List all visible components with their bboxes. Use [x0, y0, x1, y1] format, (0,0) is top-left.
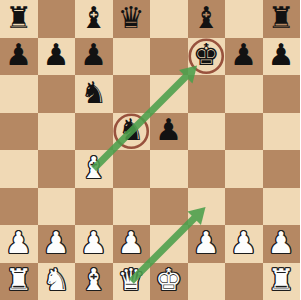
square-g8[interactable] [225, 0, 263, 38]
square-f7[interactable]: ♚ [188, 38, 226, 76]
white-queen-d1[interactable]: ♛ [118, 265, 145, 295]
square-b5[interactable] [38, 113, 76, 151]
square-a3[interactable] [0, 188, 38, 226]
square-d3[interactable] [113, 188, 151, 226]
square-b6[interactable] [38, 75, 76, 113]
square-c1[interactable]: ♝ [75, 263, 113, 300]
square-c4[interactable]: ♝ [75, 150, 113, 188]
square-f8[interactable]: ♝ [188, 0, 226, 38]
square-g5[interactable] [225, 113, 263, 151]
square-d4[interactable] [113, 150, 151, 188]
square-c8[interactable]: ♝ [75, 0, 113, 38]
square-c7[interactable]: ♟ [75, 38, 113, 76]
white-pawn-c2[interactable]: ♟ [80, 228, 107, 258]
square-d1[interactable]: ♛ [113, 263, 151, 300]
square-f2[interactable]: ♟ [188, 225, 226, 263]
square-h4[interactable] [263, 150, 301, 188]
square-h3[interactable] [263, 188, 301, 226]
square-h5[interactable] [263, 113, 301, 151]
white-pawn-f2[interactable]: ♟ [193, 228, 220, 258]
white-pawn-h2[interactable]: ♟ [268, 228, 295, 258]
square-a6[interactable] [0, 75, 38, 113]
square-e3[interactable] [150, 188, 188, 226]
square-g7[interactable]: ♟ [225, 38, 263, 76]
black-knight-d5[interactable]: ♞ [118, 115, 145, 145]
chess-board-wrapper: ♜♝♛♝♜♟♟♟♚♟♟♞♞♟♝♟♟♟♟♟♟♟♜♞♝♛♚♜ [0, 0, 300, 300]
square-d6[interactable] [113, 75, 151, 113]
square-g2[interactable]: ♟ [225, 225, 263, 263]
black-king-f7[interactable]: ♚ [193, 40, 220, 70]
square-b2[interactable]: ♟ [38, 225, 76, 263]
square-a1[interactable]: ♜ [0, 263, 38, 300]
white-rook-a1[interactable]: ♜ [5, 265, 32, 295]
black-pawn-b7[interactable]: ♟ [43, 40, 70, 70]
square-d2[interactable]: ♟ [113, 225, 151, 263]
black-bishop-c8[interactable]: ♝ [80, 3, 107, 33]
square-f3[interactable] [188, 188, 226, 226]
square-e7[interactable] [150, 38, 188, 76]
black-queen-d8[interactable]: ♛ [118, 3, 145, 33]
square-c2[interactable]: ♟ [75, 225, 113, 263]
white-rook-h1[interactable]: ♜ [268, 265, 295, 295]
square-h7[interactable]: ♟ [263, 38, 301, 76]
square-e6[interactable] [150, 75, 188, 113]
white-bishop-c1[interactable]: ♝ [80, 265, 107, 295]
black-pawn-c7[interactable]: ♟ [80, 40, 107, 70]
black-pawn-e5[interactable]: ♟ [155, 115, 182, 145]
square-f1[interactable] [188, 263, 226, 300]
square-b4[interactable] [38, 150, 76, 188]
black-knight-c6[interactable]: ♞ [80, 78, 107, 108]
square-f4[interactable] [188, 150, 226, 188]
white-pawn-g2[interactable]: ♟ [230, 228, 257, 258]
square-g3[interactable] [225, 188, 263, 226]
square-c3[interactable] [75, 188, 113, 226]
square-f5[interactable] [188, 113, 226, 151]
square-a4[interactable] [0, 150, 38, 188]
white-pawn-b2[interactable]: ♟ [43, 228, 70, 258]
white-king-e1[interactable]: ♚ [155, 265, 182, 295]
white-pawn-d2[interactable]: ♟ [118, 228, 145, 258]
square-c6[interactable]: ♞ [75, 75, 113, 113]
square-b7[interactable]: ♟ [38, 38, 76, 76]
white-knight-b1[interactable]: ♞ [43, 265, 70, 295]
square-g4[interactable] [225, 150, 263, 188]
square-d8[interactable]: ♛ [113, 0, 151, 38]
square-a5[interactable] [0, 113, 38, 151]
square-a7[interactable]: ♟ [0, 38, 38, 76]
square-d5[interactable]: ♞ [113, 113, 151, 151]
square-e4[interactable] [150, 150, 188, 188]
square-h8[interactable]: ♜ [263, 0, 301, 38]
chess-board: ♜♝♛♝♜♟♟♟♚♟♟♞♞♟♝♟♟♟♟♟♟♟♜♞♝♛♚♜ [0, 0, 300, 300]
square-a8[interactable]: ♜ [0, 0, 38, 38]
white-pawn-a2[interactable]: ♟ [5, 228, 32, 258]
square-c5[interactable] [75, 113, 113, 151]
square-e2[interactable] [150, 225, 188, 263]
black-bishop-f8[interactable]: ♝ [193, 3, 220, 33]
square-f6[interactable] [188, 75, 226, 113]
black-pawn-a7[interactable]: ♟ [5, 40, 32, 70]
square-g6[interactable] [225, 75, 263, 113]
square-a2[interactable]: ♟ [0, 225, 38, 263]
square-b8[interactable] [38, 0, 76, 38]
square-b3[interactable] [38, 188, 76, 226]
square-b1[interactable]: ♞ [38, 263, 76, 300]
white-bishop-c4[interactable]: ♝ [80, 153, 107, 183]
square-h1[interactable]: ♜ [263, 263, 301, 300]
square-g1[interactable] [225, 263, 263, 300]
square-e1[interactable]: ♚ [150, 263, 188, 300]
square-h2[interactable]: ♟ [263, 225, 301, 263]
square-e8[interactable] [150, 0, 188, 38]
square-d7[interactable] [113, 38, 151, 76]
black-pawn-g7[interactable]: ♟ [230, 40, 257, 70]
square-h6[interactable] [263, 75, 301, 113]
square-e5[interactable]: ♟ [150, 113, 188, 151]
black-rook-a8[interactable]: ♜ [5, 3, 32, 33]
black-pawn-h7[interactable]: ♟ [268, 40, 295, 70]
black-rook-h8[interactable]: ♜ [268, 3, 295, 33]
